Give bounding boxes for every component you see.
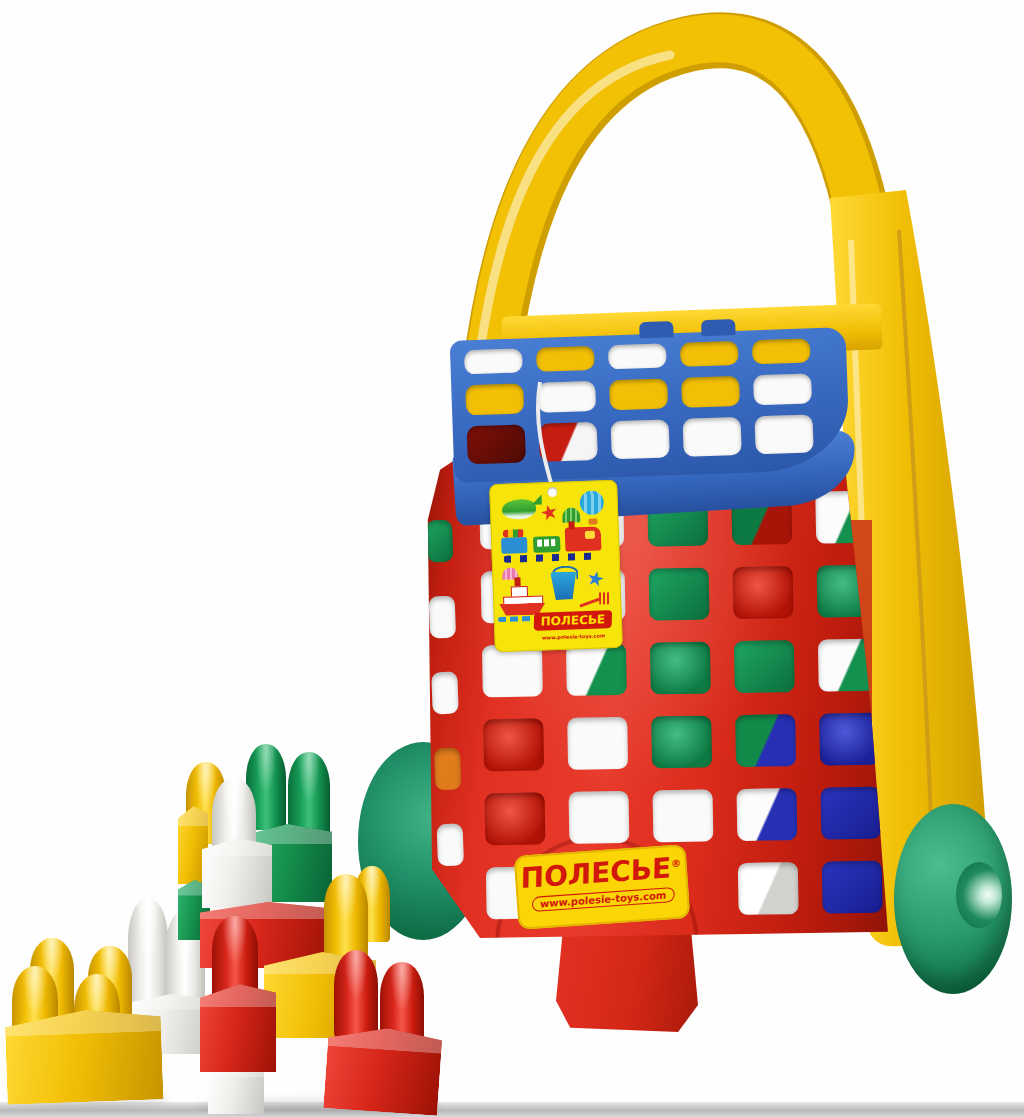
bucket-icon (550, 571, 577, 600)
swing-tag: ★ ★ ПОЛЕСЬЕ www.polesie-toys.com (489, 480, 623, 652)
white-block-body (202, 838, 272, 908)
tag-website: www.polesie-toys.com (522, 632, 624, 642)
fruit-wagon-icon (501, 537, 528, 554)
balloon-basket-icon (588, 519, 597, 525)
red-block-body (200, 984, 276, 1072)
rake-icon (579, 590, 610, 609)
boat-funnel-icon (514, 577, 520, 586)
blue-starfish-icon: ★ (585, 567, 607, 590)
green-wagon-icon (533, 536, 561, 553)
whale-icon (502, 499, 537, 520)
white-stud (128, 898, 168, 1002)
red-stud (334, 950, 378, 1038)
green-stud (288, 752, 330, 838)
green-shell-icon (562, 507, 581, 523)
hot-air-balloon-icon (579, 490, 604, 515)
yellow-stud (324, 874, 368, 958)
red-starfish-icon: ★ (538, 500, 560, 524)
tag-brand-badge: ПОЛЕСЬЕ (534, 610, 613, 631)
product-photo: ПОЛЕСЬЕ® www.polesie-toys.com ★ ★ ПОЛЕСЬ… (0, 0, 1024, 1117)
train-wheels-icon (504, 552, 600, 562)
locomotive-icon (565, 526, 602, 551)
tag-punch-hole (547, 487, 557, 497)
red-block-body (323, 1024, 443, 1116)
